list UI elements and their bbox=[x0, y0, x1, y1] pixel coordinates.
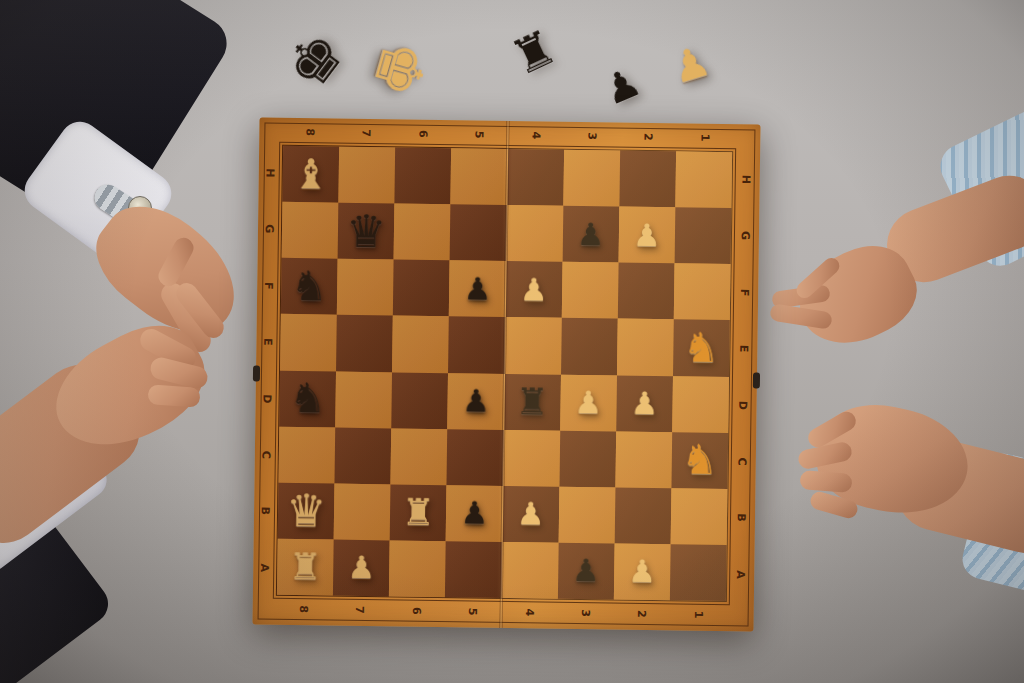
white-rook-a8[interactable]: ♜ bbox=[289, 548, 323, 585]
white-rook-b6[interactable]: ♜ bbox=[402, 494, 436, 531]
chess-board[interactable]: 87654321 87654321 HGFEDCBA HGFEDCBA ♝♛♟♟… bbox=[252, 118, 760, 632]
white-queen-b8[interactable]: ♛ bbox=[286, 488, 327, 534]
square-e7[interactable] bbox=[336, 315, 393, 372]
square-a3[interactable]: ♟ bbox=[557, 543, 614, 600]
square-b2[interactable] bbox=[614, 487, 671, 544]
white-pawn-d2[interactable]: ♟ bbox=[630, 388, 658, 419]
square-e3[interactable] bbox=[561, 318, 618, 375]
square-h2[interactable] bbox=[619, 151, 676, 208]
square-d7[interactable] bbox=[335, 371, 392, 428]
square-f3[interactable] bbox=[561, 262, 618, 319]
square-f2[interactable] bbox=[618, 263, 675, 320]
white-pawn-a2[interactable]: ♟ bbox=[628, 556, 656, 587]
square-f5[interactable]: ♟ bbox=[449, 260, 506, 317]
white-pawn-d3[interactable]: ♟ bbox=[574, 387, 602, 418]
rank-labels-top: 87654321 bbox=[282, 122, 733, 148]
square-g8[interactable] bbox=[282, 202, 339, 259]
square-b1[interactable] bbox=[671, 488, 728, 545]
black-pawn-d5[interactable]: ♟ bbox=[462, 385, 490, 416]
square-c3[interactable] bbox=[559, 430, 616, 487]
square-b5[interactable]: ♟ bbox=[446, 485, 503, 542]
square-c7[interactable] bbox=[335, 427, 392, 484]
black-pawn-f5[interactable]: ♟ bbox=[464, 273, 492, 304]
square-b3[interactable] bbox=[558, 486, 615, 543]
square-c5[interactable] bbox=[447, 429, 504, 486]
square-h7[interactable] bbox=[339, 147, 396, 204]
square-e8[interactable] bbox=[280, 314, 337, 371]
square-d6[interactable] bbox=[391, 372, 448, 429]
square-d8[interactable]: ♞ bbox=[279, 370, 336, 427]
square-h1[interactable] bbox=[675, 151, 732, 208]
hinge-clasp-right bbox=[753, 372, 760, 388]
square-a6[interactable] bbox=[389, 540, 446, 597]
square-d2[interactable]: ♟ bbox=[616, 375, 673, 432]
black-queen-g7[interactable]: ♛ bbox=[346, 208, 387, 254]
black-pawn-a3[interactable]: ♟ bbox=[572, 555, 600, 586]
square-c6[interactable] bbox=[391, 428, 448, 485]
square-h5[interactable] bbox=[451, 148, 508, 205]
square-a4[interactable] bbox=[501, 542, 558, 599]
square-h8[interactable]: ♝ bbox=[282, 146, 339, 203]
black-pawn-b5[interactable]: ♟ bbox=[460, 498, 488, 529]
square-f4[interactable]: ♟ bbox=[505, 261, 562, 318]
square-d5[interactable]: ♟ bbox=[448, 373, 505, 430]
black-knight-d8[interactable]: ♞ bbox=[289, 378, 326, 420]
square-f8[interactable]: ♞ bbox=[281, 258, 338, 315]
white-knight-c1[interactable]: ♞ bbox=[681, 440, 718, 482]
square-a1[interactable] bbox=[670, 544, 727, 601]
square-h4[interactable] bbox=[507, 149, 564, 206]
square-a5[interactable] bbox=[445, 541, 502, 598]
captured-black-rook[interactable]: ♜ bbox=[504, 21, 563, 83]
square-c2[interactable] bbox=[615, 431, 672, 488]
square-e4[interactable] bbox=[505, 317, 562, 374]
square-d4[interactable]: ♜ bbox=[504, 373, 561, 430]
square-g4[interactable] bbox=[506, 205, 563, 262]
square-e6[interactable] bbox=[392, 316, 449, 373]
white-pawn-g2[interactable]: ♟ bbox=[633, 219, 661, 250]
white-knight-e1[interactable]: ♞ bbox=[683, 327, 720, 369]
captured-pieces-area: ♚♚♜♟♟ bbox=[0, 0, 1024, 135]
square-g5[interactable] bbox=[450, 204, 507, 261]
white-pawn-a7[interactable]: ♟ bbox=[347, 552, 375, 583]
square-h3[interactable] bbox=[563, 150, 620, 207]
rank-labels-bottom: 87654321 bbox=[276, 599, 727, 625]
square-b4[interactable]: ♟ bbox=[502, 486, 559, 543]
square-f6[interactable] bbox=[393, 260, 450, 317]
square-c8[interactable] bbox=[278, 426, 335, 483]
white-pawn-b4[interactable]: ♟ bbox=[516, 498, 544, 529]
square-g3[interactable]: ♟ bbox=[562, 206, 619, 263]
captured-white-king-fallen[interactable]: ♚ bbox=[362, 34, 437, 105]
square-e5[interactable] bbox=[448, 317, 505, 374]
square-c1[interactable]: ♞ bbox=[671, 432, 728, 489]
square-c4[interactable] bbox=[503, 430, 560, 487]
captured-black-king-fallen[interactable]: ♚ bbox=[275, 20, 355, 99]
hinge-clasp-left bbox=[253, 365, 260, 381]
square-a8[interactable]: ♜ bbox=[277, 539, 334, 596]
white-bishop-h8[interactable]: ♝ bbox=[292, 154, 329, 196]
board-grid: ♝♛♟♟♞♟♟♞♞♟♜♟♟♞♛♜♟♟♜♟♟♟ bbox=[276, 145, 733, 602]
square-g1[interactable] bbox=[674, 207, 731, 264]
square-e2[interactable] bbox=[617, 319, 674, 376]
square-a7[interactable]: ♟ bbox=[333, 539, 390, 596]
black-rook-d4[interactable]: ♜ bbox=[515, 383, 549, 420]
square-b8[interactable]: ♛ bbox=[278, 483, 335, 540]
square-d3[interactable]: ♟ bbox=[560, 374, 617, 431]
black-knight-f8[interactable]: ♞ bbox=[291, 266, 328, 308]
square-f7[interactable] bbox=[337, 259, 394, 316]
square-g6[interactable] bbox=[394, 204, 451, 261]
square-b7[interactable] bbox=[334, 483, 391, 540]
finger bbox=[799, 470, 852, 493]
captured-white-pawn[interactable]: ♟ bbox=[667, 39, 715, 90]
square-g2[interactable]: ♟ bbox=[618, 207, 675, 264]
square-h6[interactable] bbox=[395, 147, 452, 204]
square-d1[interactable] bbox=[672, 376, 729, 433]
square-f1[interactable] bbox=[674, 264, 731, 321]
finger bbox=[147, 384, 200, 408]
captured-black-pawn[interactable]: ♟ bbox=[598, 61, 647, 112]
white-pawn-f4[interactable]: ♟ bbox=[520, 274, 548, 305]
square-b6[interactable]: ♜ bbox=[390, 484, 447, 541]
square-g7[interactable]: ♛ bbox=[338, 203, 395, 260]
square-e1[interactable]: ♞ bbox=[673, 320, 730, 377]
square-a2[interactable]: ♟ bbox=[614, 543, 671, 600]
black-pawn-g3[interactable]: ♟ bbox=[577, 219, 605, 250]
